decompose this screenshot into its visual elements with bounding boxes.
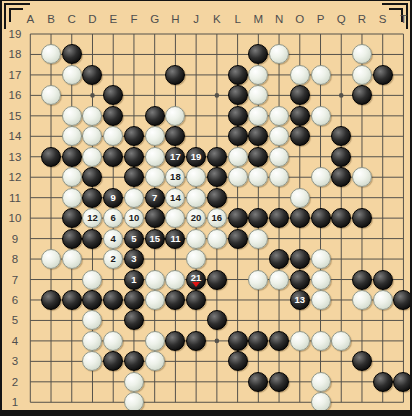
- row-label-3: 3: [12, 355, 18, 367]
- col-label-R: R: [358, 13, 366, 25]
- row-label-16: 16: [9, 89, 22, 101]
- stone-E4-white[interactable]: [103, 331, 123, 351]
- stone-F10-white-move-10[interactable]: 10: [124, 208, 144, 228]
- stone-C10-black[interactable]: [62, 208, 82, 228]
- move-number: 6: [111, 213, 116, 223]
- stone-J6-black[interactable]: [186, 290, 206, 310]
- stone-B8-white[interactable]: [41, 249, 61, 269]
- stone-C8-white[interactable]: [62, 249, 82, 269]
- stone-S17-black[interactable]: [373, 65, 393, 85]
- stone-P12-white[interactable]: [311, 167, 331, 187]
- stone-P8-white[interactable]: [311, 249, 331, 269]
- last-move-marker: [192, 282, 200, 287]
- stone-D9-black[interactable]: [82, 229, 102, 249]
- row-label-6: 6: [12, 294, 18, 306]
- stone-K9-white[interactable]: [207, 229, 227, 249]
- stone-L12-white[interactable]: [228, 167, 248, 187]
- stone-F9-black-move-5[interactable]: 5: [124, 229, 144, 249]
- stone-E11-black-move-9[interactable]: 9: [103, 188, 123, 208]
- col-label-J: J: [193, 13, 199, 25]
- move-number: 21: [191, 273, 202, 283]
- frame-bottom-bar: [2, 410, 410, 416]
- move-number: 5: [131, 234, 136, 244]
- move-number: 19: [191, 152, 202, 162]
- col-label-F: F: [130, 13, 137, 25]
- move-number: 10: [129, 213, 140, 223]
- stone-K7-black[interactable]: [207, 270, 227, 290]
- stone-N4-black[interactable]: [269, 331, 289, 351]
- row-label-18: 18: [9, 48, 22, 60]
- stone-C17-white[interactable]: [62, 65, 82, 85]
- col-label-M: M: [254, 13, 264, 25]
- stone-O7-black[interactable]: [290, 270, 310, 290]
- stone-G6-white[interactable]: [145, 290, 165, 310]
- col-label-E: E: [109, 13, 117, 25]
- stone-H7-white[interactable]: [165, 270, 185, 290]
- move-number: 14: [170, 193, 181, 203]
- move-number: 18: [170, 172, 181, 182]
- stone-N7-white[interactable]: [269, 270, 289, 290]
- move-number: 16: [212, 213, 223, 223]
- stone-P17-white[interactable]: [311, 65, 331, 85]
- stone-M7-white[interactable]: [248, 270, 268, 290]
- stone-L13-white[interactable]: [228, 147, 248, 167]
- stone-H9-black-move-11[interactable]: 11: [165, 229, 185, 249]
- stone-C9-black[interactable]: [62, 229, 82, 249]
- col-label-H: H: [171, 13, 179, 25]
- stone-M9-white[interactable]: [248, 229, 268, 249]
- col-label-T: T: [400, 13, 407, 25]
- move-number: 9: [111, 193, 116, 203]
- stone-K10-white-move-16[interactable]: 16: [207, 208, 227, 228]
- stone-F7-black-move-1[interactable]: 1: [124, 270, 144, 290]
- stone-F6-black[interactable]: [124, 290, 144, 310]
- stone-J9-white[interactable]: [186, 229, 206, 249]
- stone-E15-black[interactable]: [103, 106, 123, 126]
- stone-N15-white[interactable]: [269, 106, 289, 126]
- row-label-15: 15: [9, 110, 22, 122]
- row-label-19: 19: [9, 28, 22, 40]
- stone-R10-black[interactable]: [352, 208, 372, 228]
- stone-T2-black[interactable]: [393, 372, 412, 392]
- stone-G9-black-move-15[interactable]: 15: [145, 229, 165, 249]
- stone-N2-black[interactable]: [269, 372, 289, 392]
- move-number: 3: [131, 254, 136, 264]
- stone-P7-white[interactable]: [311, 270, 331, 290]
- move-number: 4: [111, 234, 116, 244]
- col-label-A: A: [26, 13, 34, 25]
- stone-D7-white[interactable]: [82, 270, 102, 290]
- stone-N8-black[interactable]: [269, 249, 289, 269]
- move-number: 20: [191, 213, 202, 223]
- stone-F8-black-move-3[interactable]: 3: [124, 249, 144, 269]
- stone-G13-white[interactable]: [145, 147, 165, 167]
- stone-P2-white[interactable]: [311, 372, 331, 392]
- stone-L10-black[interactable]: [228, 208, 248, 228]
- stone-L14-black[interactable]: [228, 126, 248, 146]
- stone-S6-white[interactable]: [373, 290, 393, 310]
- stone-P10-black[interactable]: [311, 208, 331, 228]
- col-label-K: K: [213, 13, 221, 25]
- stone-G11-black-move-7[interactable]: 7: [145, 188, 165, 208]
- stone-M13-black[interactable]: [248, 147, 268, 167]
- move-number: 12: [87, 213, 98, 223]
- go-board-window: ABCDEFGHJKLMNOPQRST 19181716151413121110…: [0, 0, 412, 416]
- stone-F11-white[interactable]: [124, 188, 144, 208]
- stone-O10-black[interactable]: [290, 208, 310, 228]
- col-label-L: L: [234, 13, 240, 25]
- stone-H11-white-move-14[interactable]: 14: [165, 188, 185, 208]
- stone-L16-black[interactable]: [228, 85, 248, 105]
- stone-B6-black[interactable]: [41, 290, 61, 310]
- row-label-10: 10: [9, 212, 22, 224]
- col-label-N: N: [275, 13, 283, 25]
- row-label-11: 11: [9, 192, 21, 204]
- row-label-9: 9: [12, 233, 18, 245]
- stone-J13-black-move-19[interactable]: 19: [186, 147, 206, 167]
- board-grid: [2, 1, 412, 416]
- move-number: 15: [149, 234, 160, 244]
- stone-L3-black[interactable]: [228, 351, 248, 371]
- stone-R6-white[interactable]: [352, 290, 372, 310]
- stone-Q13-black[interactable]: [331, 147, 351, 167]
- stone-G10-black[interactable]: [145, 208, 165, 228]
- stone-B13-black[interactable]: [41, 147, 61, 167]
- col-label-G: G: [150, 13, 159, 25]
- stone-G14-white[interactable]: [145, 126, 165, 146]
- row-label-1: 1: [12, 396, 18, 408]
- stone-C15-white[interactable]: [62, 106, 82, 126]
- row-label-14: 14: [9, 130, 22, 142]
- stone-K11-black[interactable]: [207, 188, 227, 208]
- stone-G15-black[interactable]: [145, 106, 165, 126]
- stone-C13-black[interactable]: [62, 147, 82, 167]
- stone-O6-black-move-13[interactable]: 13: [290, 290, 310, 310]
- stone-G4-white[interactable]: [145, 331, 165, 351]
- stone-P4-white[interactable]: [311, 331, 331, 351]
- stone-O11-white[interactable]: [290, 188, 310, 208]
- row-label-13: 13: [9, 151, 22, 163]
- stone-S2-black[interactable]: [373, 372, 393, 392]
- stone-J4-black[interactable]: [186, 331, 206, 351]
- col-label-P: P: [317, 13, 325, 25]
- row-label-8: 8: [12, 253, 18, 265]
- stone-K12-black[interactable]: [207, 167, 227, 187]
- stone-O4-white[interactable]: [290, 331, 310, 351]
- move-number: 1: [131, 275, 136, 285]
- move-number: 13: [294, 295, 305, 305]
- col-label-B: B: [47, 13, 55, 25]
- col-label-Q: Q: [337, 13, 346, 25]
- stone-O14-black[interactable]: [290, 126, 310, 146]
- stone-L17-black[interactable]: [228, 65, 248, 85]
- stone-P15-white[interactable]: [311, 106, 331, 126]
- col-label-C: C: [68, 13, 76, 25]
- stone-F2-white[interactable]: [124, 372, 144, 392]
- stone-R17-white[interactable]: [352, 65, 372, 85]
- row-label-4: 4: [12, 335, 18, 347]
- move-number: 2: [111, 254, 116, 264]
- col-label-D: D: [88, 13, 96, 25]
- row-label-2: 2: [12, 376, 18, 388]
- stone-P6-white[interactable]: [311, 290, 331, 310]
- move-number: 11: [170, 234, 180, 244]
- stone-C6-black[interactable]: [62, 290, 82, 310]
- stone-K13-black[interactable]: [207, 147, 227, 167]
- stone-J7-black-move-21[interactable]: 21: [186, 270, 206, 290]
- stone-T6-black[interactable]: [393, 290, 412, 310]
- stone-C12-white[interactable]: [62, 167, 82, 187]
- stone-S7-black[interactable]: [373, 270, 393, 290]
- stone-O17-white[interactable]: [290, 65, 310, 85]
- row-label-12: 12: [9, 171, 22, 183]
- stone-E9-white-move-4[interactable]: 4: [103, 229, 123, 249]
- col-label-S: S: [379, 13, 387, 25]
- stone-E13-black[interactable]: [103, 147, 123, 167]
- move-number: 7: [152, 193, 157, 203]
- stone-L4-black[interactable]: [228, 331, 248, 351]
- stone-R7-black[interactable]: [352, 270, 372, 290]
- stone-G7-white[interactable]: [145, 270, 165, 290]
- row-label-5: 5: [12, 314, 18, 326]
- stone-J11-white[interactable]: [186, 188, 206, 208]
- stone-O15-black[interactable]: [290, 106, 310, 126]
- stone-G3-white[interactable]: [145, 351, 165, 371]
- stone-L9-black[interactable]: [228, 229, 248, 249]
- stone-C11-white[interactable]: [62, 188, 82, 208]
- move-number: 17: [170, 152, 181, 162]
- stone-N13-white[interactable]: [269, 147, 289, 167]
- row-label-17: 17: [9, 69, 22, 81]
- stone-O8-black[interactable]: [290, 249, 310, 269]
- stone-G12-white[interactable]: [145, 167, 165, 187]
- stone-C14-white[interactable]: [62, 126, 82, 146]
- row-label-7: 7: [12, 274, 18, 286]
- stone-L15-black[interactable]: [228, 106, 248, 126]
- stone-F13-black[interactable]: [124, 147, 144, 167]
- col-label-O: O: [295, 13, 304, 25]
